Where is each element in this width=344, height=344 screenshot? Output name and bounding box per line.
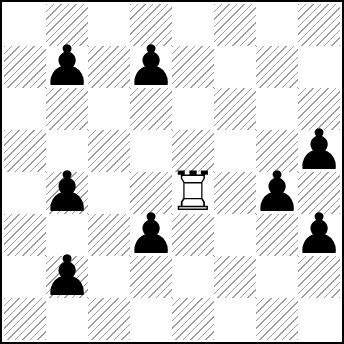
black-pawn-piece[interactable]: ♟ — [126, 206, 176, 262]
square-h5[interactable]: ♟ — [298, 130, 340, 172]
square-g8[interactable] — [256, 4, 298, 46]
black-pawn-piece[interactable]: ♟ — [42, 164, 92, 220]
square-a6[interactable] — [4, 88, 46, 130]
square-g7[interactable] — [256, 46, 298, 88]
square-d3[interactable]: ♟ — [130, 214, 172, 256]
square-e4[interactable]: ♖ — [172, 172, 214, 214]
square-c3[interactable] — [88, 214, 130, 256]
black-pawn-piece[interactable]: ♟ — [42, 248, 92, 304]
black-pawn-piece[interactable]: ♟ — [126, 38, 176, 94]
square-c6[interactable] — [88, 88, 130, 130]
square-g6[interactable] — [256, 88, 298, 130]
square-a2[interactable] — [4, 256, 46, 298]
square-b7[interactable]: ♟ — [46, 46, 88, 88]
square-a1[interactable] — [4, 298, 46, 340]
square-b4[interactable]: ♟ — [46, 172, 88, 214]
square-d1[interactable] — [130, 298, 172, 340]
square-h3[interactable]: ♟ — [298, 214, 340, 256]
square-h8[interactable] — [298, 4, 340, 46]
square-f1[interactable] — [214, 298, 256, 340]
square-h7[interactable] — [298, 46, 340, 88]
square-f6[interactable] — [214, 88, 256, 130]
square-a5[interactable] — [4, 130, 46, 172]
square-e7[interactable] — [172, 46, 214, 88]
square-d7[interactable]: ♟ — [130, 46, 172, 88]
square-g4[interactable]: ♟ — [256, 172, 298, 214]
square-f5[interactable] — [214, 130, 256, 172]
square-e8[interactable] — [172, 4, 214, 46]
black-pawn-piece[interactable]: ♟ — [42, 38, 92, 94]
square-a7[interactable] — [4, 46, 46, 88]
square-c8[interactable] — [88, 4, 130, 46]
square-e2[interactable] — [172, 256, 214, 298]
square-f7[interactable] — [214, 46, 256, 88]
square-d5[interactable] — [130, 130, 172, 172]
square-c7[interactable] — [88, 46, 130, 88]
square-c1[interactable] — [88, 298, 130, 340]
square-b2[interactable]: ♟ — [46, 256, 88, 298]
square-c2[interactable] — [88, 256, 130, 298]
square-e1[interactable] — [172, 298, 214, 340]
square-a3[interactable] — [4, 214, 46, 256]
square-f3[interactable] — [214, 214, 256, 256]
square-g1[interactable] — [256, 298, 298, 340]
chess-board: ♟♟♟♟♖♟♟♟♟ — [4, 4, 340, 340]
chess-board-frame: ♟♟♟♟♖♟♟♟♟ — [0, 0, 344, 344]
square-c5[interactable] — [88, 130, 130, 172]
square-a4[interactable] — [4, 172, 46, 214]
square-e6[interactable] — [172, 88, 214, 130]
black-pawn-piece[interactable]: ♟ — [294, 206, 344, 262]
square-g2[interactable] — [256, 256, 298, 298]
square-f8[interactable] — [214, 4, 256, 46]
square-c4[interactable] — [88, 172, 130, 214]
square-f2[interactable] — [214, 256, 256, 298]
square-a8[interactable] — [4, 4, 46, 46]
square-f4[interactable] — [214, 172, 256, 214]
square-h1[interactable] — [298, 298, 340, 340]
